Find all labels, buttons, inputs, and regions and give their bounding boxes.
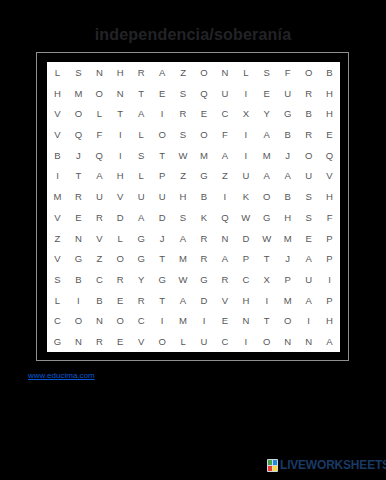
grid-cell-r1c11[interactable]: S [256, 62, 277, 83]
grid-cell-r12c8[interactable]: D [194, 290, 215, 311]
grid-cell-r11c5[interactable]: Y [131, 269, 152, 290]
grid-cell-r6c5[interactable]: L [131, 166, 152, 187]
grid-cell-r6c2[interactable]: T [68, 166, 89, 187]
grid-cell-r5c4[interactable]: I [110, 145, 131, 166]
grid-cell-r4c2[interactable]: Q [68, 124, 89, 145]
grid-cell-r4c13[interactable]: R [298, 124, 319, 145]
grid-cell-r8c14[interactable]: F [319, 207, 340, 228]
grid-cell-r14c9[interactable]: C [214, 331, 235, 352]
grid-cell-r8c7[interactable]: S [173, 207, 194, 228]
grid-cell-r7c14[interactable]: H [319, 186, 340, 207]
grid-cell-r10c7[interactable]: M [173, 248, 194, 269]
grid-cell-r13c3[interactable]: N [89, 311, 110, 332]
grid-cell-r10c9[interactable]: A [214, 248, 235, 269]
grid-cell-r14c1[interactable]: G [47, 331, 68, 352]
grid-cell-r13c9[interactable]: E [214, 311, 235, 332]
grid-cell-r12c9[interactable]: V [214, 290, 235, 311]
grid-cell-r13c2[interactable]: O [68, 311, 89, 332]
grid-cell-r12c11[interactable]: I [256, 290, 277, 311]
grid-cell-r8c8[interactable]: K [194, 207, 215, 228]
grid-cell-r8c6[interactable]: D [152, 207, 173, 228]
grid-cell-r10c13[interactable]: A [298, 248, 319, 269]
grid-cell-r6c4[interactable]: H [110, 166, 131, 187]
grid-cell-r1c8[interactable]: O [194, 62, 215, 83]
grid-cell-r8c2[interactable]: E [68, 207, 89, 228]
grid-cell-r11c6[interactable]: G [152, 269, 173, 290]
grid-cell-r5c1[interactable]: B [47, 145, 68, 166]
grid-cell-r1c2[interactable]: S [68, 62, 89, 83]
grid-cell-r13c1[interactable]: C [47, 311, 68, 332]
grid-cell-r5c13[interactable]: O [298, 145, 319, 166]
grid-cell-r10c11[interactable]: T [256, 248, 277, 269]
grid-cell-r12c7[interactable]: A [173, 290, 194, 311]
grid-cell-r14c13[interactable]: N [298, 331, 319, 352]
grid-cell-r9c13[interactable]: E [298, 228, 319, 249]
grid-cell-r2c4[interactable]: N [110, 83, 131, 104]
grid-cell-r7c5[interactable]: U [131, 186, 152, 207]
grid-cell-r12c1[interactable]: L [47, 290, 68, 311]
puzzle-title: independencia/soberanía [0, 26, 386, 44]
grid-cell-r7c7[interactable]: H [173, 186, 194, 207]
grid-cell-r14c11[interactable]: O [256, 331, 277, 352]
grid-cell-r5c3[interactable]: Q [89, 145, 110, 166]
grid-cell-r12c6[interactable]: T [152, 290, 173, 311]
grid-cell-r14c8[interactable]: U [194, 331, 215, 352]
grid-cell-r13c4[interactable]: O [110, 311, 131, 332]
grid-cell-r9c12[interactable]: M [277, 228, 298, 249]
grid-cell-r14c7[interactable]: L [173, 331, 194, 352]
grid-cell-r2c8[interactable]: Q [194, 83, 215, 104]
grid-cell-r5c9[interactable]: A [214, 145, 235, 166]
word-search-grid: LSNHRAZONLSFOBHMONTESQUIEURHVOLTAIRECXYG… [47, 62, 340, 352]
grid-cell-r3c10[interactable]: X [235, 103, 256, 124]
grid-cell-r13c13[interactable]: I [298, 311, 319, 332]
grid-cell-r2c12[interactable]: U [277, 83, 298, 104]
grid-cell-r7c9[interactable]: I [214, 186, 235, 207]
grid-cell-r14c6[interactable]: O [152, 331, 173, 352]
grid-cell-r2c6[interactable]: E [152, 83, 173, 104]
liveworksheets-link[interactable]: LIVEWORKSHEETS [267, 458, 386, 472]
grid-cell-r14c5[interactable]: V [131, 331, 152, 352]
grid-cell-r3c7[interactable]: R [173, 103, 194, 124]
grid-cell-r6c12[interactable]: A [277, 166, 298, 187]
grid-cell-r8c12[interactable]: H [277, 207, 298, 228]
grid-cell-r12c5[interactable]: R [131, 290, 152, 311]
grid-cell-r10c10[interactable]: P [235, 248, 256, 269]
grid-cell-r7c13[interactable]: S [298, 186, 319, 207]
grid-cell-r4c4[interactable]: I [110, 124, 131, 145]
grid-cell-r7c11[interactable]: O [256, 186, 277, 207]
grid-cell-r10c6[interactable]: T [152, 248, 173, 269]
grid-cell-r13c10[interactable]: N [235, 311, 256, 332]
grid-cell-r2c7[interactable]: S [173, 83, 194, 104]
grid-cell-r12c4[interactable]: E [110, 290, 131, 311]
grid-cell-r2c13[interactable]: R [298, 83, 319, 104]
grid-cell-r3c1[interactable]: V [47, 103, 68, 124]
grid-cell-r4c3[interactable]: F [89, 124, 110, 145]
grid-cell-r4c6[interactable]: O [152, 124, 173, 145]
grid-cell-r12c12[interactable]: M [277, 290, 298, 311]
grid-cell-r4c10[interactable]: I [235, 124, 256, 145]
grid-cell-r7c3[interactable]: U [89, 186, 110, 207]
grid-cell-r4c9[interactable]: F [214, 124, 235, 145]
grid-cell-r4c1[interactable]: V [47, 124, 68, 145]
educima-link[interactable]: www.educima.com [28, 371, 95, 380]
grid-cell-r1c5[interactable]: R [131, 62, 152, 83]
grid-cell-r9c1[interactable]: Z [47, 228, 68, 249]
grid-cell-r3c11[interactable]: Y [256, 103, 277, 124]
grid-cell-r6c6[interactable]: P [152, 166, 173, 187]
grid-cell-r14c14[interactable]: A [319, 331, 340, 352]
grid-cell-r4c5[interactable]: L [131, 124, 152, 145]
grid-cell-r6c9[interactable]: Z [214, 166, 235, 187]
grid-cell-r2c14[interactable]: H [319, 83, 340, 104]
grid-cell-r12c13[interactable]: A [298, 290, 319, 311]
grid-cell-r11c10[interactable]: C [235, 269, 256, 290]
grid-cell-r10c14[interactable]: P [319, 248, 340, 269]
grid-cell-r5c14[interactable]: Q [319, 145, 340, 166]
grid-cell-r13c6[interactable]: I [152, 311, 173, 332]
grid-cell-r11c12[interactable]: P [277, 269, 298, 290]
grid-cell-r11c3[interactable]: C [89, 269, 110, 290]
grid-cell-r3c6[interactable]: I [152, 103, 173, 124]
grid-cell-r13c5[interactable]: C [131, 311, 152, 332]
grid-cell-r6c13[interactable]: U [298, 166, 319, 187]
grid-cell-r10c5[interactable]: G [131, 248, 152, 269]
grid-cell-r9c7[interactable]: A [173, 228, 194, 249]
grid-cell-r13c12[interactable]: O [277, 311, 298, 332]
grid-cell-r11c11[interactable]: X [256, 269, 277, 290]
grid-cell-r4c11[interactable]: A [256, 124, 277, 145]
grid-cell-r5c7[interactable]: W [173, 145, 194, 166]
puzzle-panel: LSNHRAZONLSFOBHMONTESQUIEURHVOLTAIRECXYG… [36, 52, 349, 361]
grid-cell-r6c8[interactable]: G [194, 166, 215, 187]
grid-cell-r6c14[interactable]: V [319, 166, 340, 187]
grid-cell-r8c3[interactable]: R [89, 207, 110, 228]
grid-cell-r8c11[interactable]: G [256, 207, 277, 228]
grid-cell-r9c6[interactable]: J [152, 228, 173, 249]
grid-cell-r9c8[interactable]: R [194, 228, 215, 249]
grid-cell-r9c3[interactable]: V [89, 228, 110, 249]
grid-cell-r3c8[interactable]: E [194, 103, 215, 124]
grid-cell-r1c14[interactable]: B [319, 62, 340, 83]
grid-cell-r5c6[interactable]: T [152, 145, 173, 166]
worksheet-page: { "game": "word-search", "title": "indep… [0, 0, 386, 480]
grid-cell-r1c10[interactable]: L [235, 62, 256, 83]
grid-cell-r1c3[interactable]: N [89, 62, 110, 83]
grid-cell-r9c4[interactable]: L [110, 228, 131, 249]
grid-cell-r12c10[interactable]: H [235, 290, 256, 311]
grid-cell-r12c3[interactable]: B [89, 290, 110, 311]
grid-cell-r9c5[interactable]: G [131, 228, 152, 249]
liveworksheets-wordmark: LIVEWORKSHEETS [280, 458, 386, 472]
grid-cell-r4c14[interactable]: E [319, 124, 340, 145]
grid-cell-r11c8[interactable]: G [194, 269, 215, 290]
grid-cell-r9c2[interactable]: N [68, 228, 89, 249]
grid-cell-r10c2[interactable]: G [68, 248, 89, 269]
grid-cell-r3c14[interactable]: H [319, 103, 340, 124]
grid-cell-r2c3[interactable]: O [89, 83, 110, 104]
grid-cell-r3c4[interactable]: T [110, 103, 131, 124]
grid-cell-r5c12[interactable]: J [277, 145, 298, 166]
grid-cell-r8c4[interactable]: D [110, 207, 131, 228]
grid-cell-r1c4[interactable]: H [110, 62, 131, 83]
grid-cell-r14c2[interactable]: N [68, 331, 89, 352]
grid-cell-r2c9[interactable]: U [214, 83, 235, 104]
grid-cell-r3c2[interactable]: O [68, 103, 89, 124]
grid-cell-r11c4[interactable]: R [110, 269, 131, 290]
grid-cell-r13c11[interactable]: T [256, 311, 277, 332]
grid-cell-r7c10[interactable]: K [235, 186, 256, 207]
grid-cell-r2c1[interactable]: H [47, 83, 68, 104]
grid-cell-r4c8[interactable]: O [194, 124, 215, 145]
grid-cell-r11c13[interactable]: U [298, 269, 319, 290]
grid-cell-r10c8[interactable]: R [194, 248, 215, 269]
grid-cell-r1c9[interactable]: N [214, 62, 235, 83]
grid-cell-r3c3[interactable]: L [89, 103, 110, 124]
grid-cell-r5c5[interactable]: S [131, 145, 152, 166]
grid-cell-r7c8[interactable]: B [194, 186, 215, 207]
grid-cell-r10c12[interactable]: J [277, 248, 298, 269]
grid-cell-r4c7[interactable]: S [173, 124, 194, 145]
liveworksheets-logo-icon [267, 459, 278, 472]
grid-cell-r7c1[interactable]: M [47, 186, 68, 207]
grid-cell-r2c2[interactable]: M [68, 83, 89, 104]
grid-cell-r3c13[interactable]: B [298, 103, 319, 124]
grid-cell-r1c13[interactable]: O [298, 62, 319, 83]
grid-cell-r7c4[interactable]: V [110, 186, 131, 207]
grid-cell-r5c2[interactable]: J [68, 145, 89, 166]
grid-cell-r6c11[interactable]: A [256, 166, 277, 187]
grid-cell-r11c1[interactable]: S [47, 269, 68, 290]
grid-cell-r6c7[interactable]: Z [173, 166, 194, 187]
grid-cell-r8c1[interactable]: V [47, 207, 68, 228]
grid-cell-r1c6[interactable]: A [152, 62, 173, 83]
grid-cell-r14c10[interactable]: I [235, 331, 256, 352]
grid-cell-r8c13[interactable]: S [298, 207, 319, 228]
grid-cell-r8c9[interactable]: Q [214, 207, 235, 228]
grid-cell-r11c9[interactable]: R [214, 269, 235, 290]
grid-cell-r13c7[interactable]: M [173, 311, 194, 332]
grid-cell-r14c4[interactable]: E [110, 331, 131, 352]
grid-cell-r7c2[interactable]: R [68, 186, 89, 207]
grid-background: LSNHRAZONLSFOBHMONTESQUIEURHVOLTAIRECXYG… [47, 62, 340, 352]
grid-cell-r4c12[interactable]: B [277, 124, 298, 145]
grid-cell-r10c4[interactable]: O [110, 248, 131, 269]
grid-cell-r7c6[interactable]: U [152, 186, 173, 207]
grid-cell-r6c3[interactable]: A [89, 166, 110, 187]
grid-cell-r1c12[interactable]: F [277, 62, 298, 83]
grid-cell-r3c12[interactable]: G [277, 103, 298, 124]
grid-cell-r11c2[interactable]: B [68, 269, 89, 290]
grid-cell-r10c3[interactable]: Z [89, 248, 110, 269]
grid-cell-r12c14[interactable]: P [319, 290, 340, 311]
grid-cell-r8c5[interactable]: A [131, 207, 152, 228]
grid-cell-r2c10[interactable]: I [235, 83, 256, 104]
grid-cell-r9c9[interactable]: N [214, 228, 235, 249]
grid-cell-r2c11[interactable]: E [256, 83, 277, 104]
grid-cell-r9c10[interactable]: D [235, 228, 256, 249]
grid-cell-r12c2[interactable]: I [68, 290, 89, 311]
grid-cell-r1c1[interactable]: L [47, 62, 68, 83]
grid-cell-r11c7[interactable]: W [173, 269, 194, 290]
grid-cell-r5c10[interactable]: I [235, 145, 256, 166]
grid-cell-r13c14[interactable]: H [319, 311, 340, 332]
grid-cell-r2c5[interactable]: T [131, 83, 152, 104]
grid-cell-r5c11[interactable]: M [256, 145, 277, 166]
grid-cell-r9c11[interactable]: W [256, 228, 277, 249]
grid-cell-r5c8[interactable]: M [194, 145, 215, 166]
grid-cell-r14c3[interactable]: R [89, 331, 110, 352]
grid-cell-r6c1[interactable]: I [47, 166, 68, 187]
grid-cell-r8c10[interactable]: W [235, 207, 256, 228]
grid-cell-r9c14[interactable]: P [319, 228, 340, 249]
grid-cell-r11c14[interactable]: I [319, 269, 340, 290]
grid-cell-r7c12[interactable]: B [277, 186, 298, 207]
grid-cell-r14c12[interactable]: N [277, 331, 298, 352]
grid-cell-r3c9[interactable]: C [214, 103, 235, 124]
grid-cell-r1c7[interactable]: Z [173, 62, 194, 83]
grid-cell-r6c10[interactable]: U [235, 166, 256, 187]
grid-cell-r10c1[interactable]: V [47, 248, 68, 269]
grid-cell-r13c8[interactable]: I [194, 311, 215, 332]
grid-cell-r3c5[interactable]: A [131, 103, 152, 124]
